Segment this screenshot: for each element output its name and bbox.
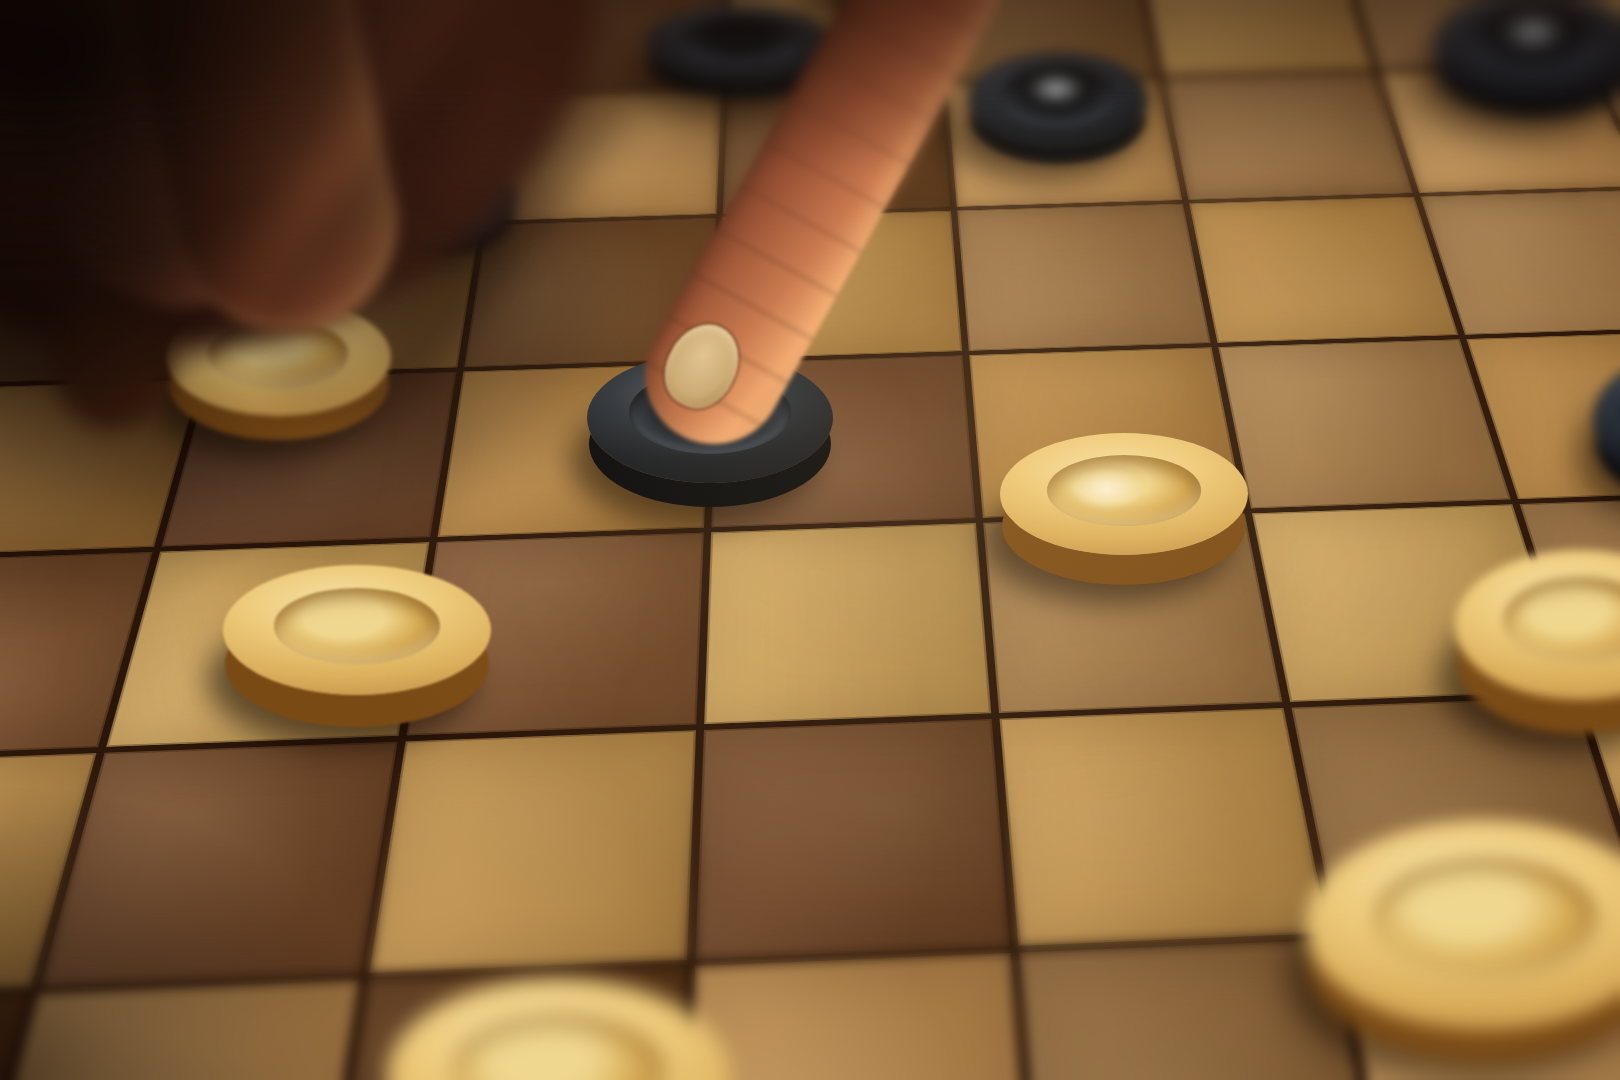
photo-checkers-scene: ⛂⛂⛂⛂⛂⛂⛂⛀⛀⛀⛀⛀⛀ [0,0,1620,1080]
piece-cream-man[interactable]: ⛀ [223,565,491,695]
piece-cream-man[interactable]: ⛀ [386,978,731,1080]
piece-black-man[interactable]: ⛂ [1433,0,1620,100]
piece-cream-man[interactable]: ⛀ [1305,820,1620,1030]
piece-black-man[interactable]: ⛂ [381,154,516,242]
piece-black-man[interactable]: ⛂ [646,5,834,83]
piece-layer: ⛂⛂⛂⛂⛂⛂⛂⛀⛀⛀⛀⛀⛀ [0,0,1620,1080]
piece-cream-man[interactable]: ⛀ [166,298,391,416]
piece-black-man[interactable]: ⛂ [1593,360,1620,480]
piece-black-man[interactable]: ⛂ [968,52,1148,148]
piece-black-man[interactable]: ⛂ [813,0,998,1]
piece-cream-man[interactable]: ⛀ [1000,433,1248,555]
piece-cream-man[interactable]: ⛀ [1455,550,1620,700]
piece-black-man[interactable]: ⛂ [587,353,833,483]
